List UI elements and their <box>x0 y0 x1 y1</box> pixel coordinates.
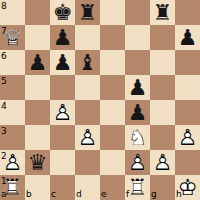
black-pawn-c7[interactable]: ♟ <box>50 25 75 50</box>
square-a7[interactable]: ♛♕ <box>0 25 25 50</box>
white-piece-outline: ♙ <box>125 150 150 175</box>
black-bishop-d6[interactable]: ♝ <box>75 50 100 75</box>
square-c5[interactable] <box>50 75 75 100</box>
white-piece-outline: ♙ <box>175 125 200 150</box>
square-g3[interactable] <box>150 125 175 150</box>
square-h5[interactable] <box>175 75 200 100</box>
black-piece-glyph: ♜ <box>75 0 100 25</box>
square-f7[interactable] <box>125 25 150 50</box>
file-label-d: d <box>76 189 82 200</box>
black-rook-g8[interactable]: ♜ <box>150 0 175 25</box>
white-knight-f3[interactable]: ♞♘ <box>125 125 150 150</box>
white-piece-outline: ♙ <box>75 125 100 150</box>
square-h8[interactable] <box>175 0 200 25</box>
file-label-e: e <box>101 189 107 200</box>
chess-board: ♚♜♜♛♕♟♟♟♟♝♟♟♙♟♟♙♞♘♟♙♟♙♛♟♙♟♙♜♖♜♖♚♔8765432… <box>0 0 200 200</box>
square-f8[interactable] <box>125 0 150 25</box>
square-b8[interactable] <box>25 0 50 25</box>
black-pawn-c6[interactable]: ♟ <box>50 50 75 75</box>
white-pawn-d3[interactable]: ♟♙ <box>75 125 100 150</box>
black-piece-glyph: ♟ <box>175 25 200 50</box>
square-e2[interactable] <box>100 150 125 175</box>
square-e7[interactable] <box>100 25 125 50</box>
square-b4[interactable] <box>25 100 50 125</box>
square-c7[interactable]: ♟ <box>50 25 75 50</box>
black-piece-glyph: ♟ <box>125 75 150 100</box>
square-d3[interactable]: ♟♙ <box>75 125 100 150</box>
square-e8[interactable] <box>100 0 125 25</box>
square-g5[interactable] <box>150 75 175 100</box>
rank-label-6: 6 <box>1 51 7 62</box>
square-c3[interactable] <box>50 125 75 150</box>
square-f2[interactable]: ♟♙ <box>125 150 150 175</box>
square-c8[interactable]: ♚ <box>50 0 75 25</box>
white-rook-f1[interactable]: ♜♖ <box>125 175 150 200</box>
white-pawn-g2[interactable]: ♟♙ <box>150 150 175 175</box>
white-pawn-f2[interactable]: ♟♙ <box>125 150 150 175</box>
square-g6[interactable] <box>150 50 175 75</box>
white-pawn-c4[interactable]: ♟♙ <box>50 100 75 125</box>
white-piece-outline: ♙ <box>0 150 25 175</box>
rank-label-3: 3 <box>1 126 7 137</box>
white-pawn-a2[interactable]: ♟♙ <box>0 150 25 175</box>
square-e6[interactable] <box>100 50 125 75</box>
black-king-c8[interactable]: ♚ <box>50 0 75 25</box>
square-e3[interactable] <box>100 125 125 150</box>
square-h4[interactable] <box>175 100 200 125</box>
white-piece-outline: ♕ <box>0 25 25 50</box>
black-piece-glyph: ♜ <box>150 0 175 25</box>
black-piece-glyph: ♟ <box>125 100 150 125</box>
rank-label-4: 4 <box>1 101 7 112</box>
black-piece-glyph: ♟ <box>50 25 75 50</box>
black-rook-d8[interactable]: ♜ <box>75 0 100 25</box>
square-f5[interactable]: ♟ <box>125 75 150 100</box>
square-f6[interactable] <box>125 50 150 75</box>
white-piece-outline: ♙ <box>150 150 175 175</box>
white-piece-outline: ♖ <box>0 175 25 200</box>
square-d4[interactable] <box>75 100 100 125</box>
square-c2[interactable] <box>50 150 75 175</box>
black-piece-glyph: ♛ <box>25 150 50 175</box>
rank-label-5: 5 <box>1 76 7 87</box>
square-b6[interactable]: ♟ <box>25 50 50 75</box>
square-f1[interactable]: ♜♖ <box>125 175 150 200</box>
black-piece-glyph: ♟ <box>25 50 50 75</box>
white-piece-outline: ♘ <box>125 125 150 150</box>
square-h6[interactable] <box>175 50 200 75</box>
black-piece-glyph: ♝ <box>75 50 100 75</box>
square-h2[interactable] <box>175 150 200 175</box>
black-pawn-b6[interactable]: ♟ <box>25 50 50 75</box>
white-king-h1[interactable]: ♚♔ <box>175 175 200 200</box>
square-g4[interactable] <box>150 100 175 125</box>
white-rook-a1[interactable]: ♜♖ <box>0 175 25 200</box>
square-h3[interactable]: ♟♙ <box>175 125 200 150</box>
square-d5[interactable] <box>75 75 100 100</box>
black-piece-glyph: ♚ <box>50 0 75 25</box>
white-queen-a7[interactable]: ♛♕ <box>0 25 25 50</box>
square-a2[interactable]: ♟♙ <box>0 150 25 175</box>
rank-label-8: 8 <box>1 1 7 12</box>
square-d6[interactable]: ♝ <box>75 50 100 75</box>
square-g8[interactable]: ♜ <box>150 0 175 25</box>
square-g7[interactable] <box>150 25 175 50</box>
square-d2[interactable] <box>75 150 100 175</box>
square-f4[interactable]: ♟ <box>125 100 150 125</box>
black-queen-b2[interactable]: ♛ <box>25 150 50 175</box>
square-c6[interactable]: ♟ <box>50 50 75 75</box>
white-piece-outline: ♖ <box>125 175 150 200</box>
white-pawn-h3[interactable]: ♟♙ <box>175 125 200 150</box>
square-b3[interactable] <box>25 125 50 150</box>
square-e4[interactable] <box>100 100 125 125</box>
black-pawn-f5[interactable]: ♟ <box>125 75 150 100</box>
square-a1[interactable]: ♜♖ <box>0 175 25 200</box>
square-h1[interactable]: ♚♔ <box>175 175 200 200</box>
black-pawn-h7[interactable]: ♟ <box>175 25 200 50</box>
square-b5[interactable] <box>25 75 50 100</box>
file-label-g: g <box>151 189 157 200</box>
square-c4[interactable]: ♟♙ <box>50 100 75 125</box>
square-h7[interactable]: ♟ <box>175 25 200 50</box>
square-b7[interactable] <box>25 25 50 50</box>
square-d7[interactable] <box>75 25 100 50</box>
white-piece-outline: ♙ <box>50 100 75 125</box>
white-piece-outline: ♔ <box>175 175 200 200</box>
square-b2[interactable]: ♛ <box>25 150 50 175</box>
black-piece-glyph: ♟ <box>50 50 75 75</box>
square-e5[interactable] <box>100 75 125 100</box>
black-pawn-f4[interactable]: ♟ <box>125 100 150 125</box>
file-label-b: b <box>26 189 32 200</box>
square-d8[interactable]: ♜ <box>75 0 100 25</box>
square-f3[interactable]: ♞♘ <box>125 125 150 150</box>
square-g2[interactable]: ♟♙ <box>150 150 175 175</box>
file-label-c: c <box>51 189 56 200</box>
